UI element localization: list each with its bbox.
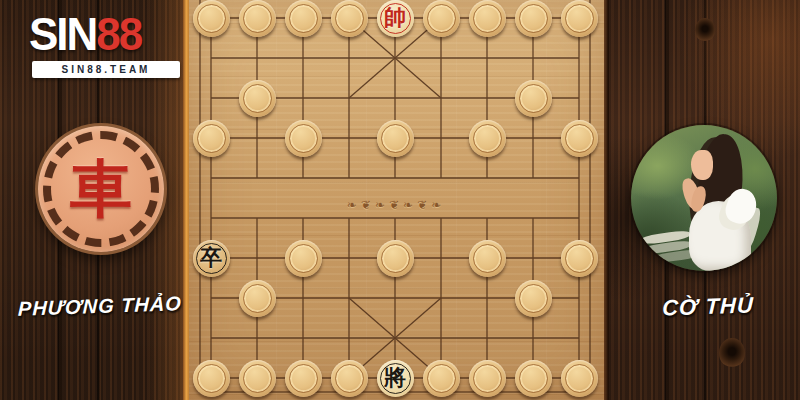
board-point-f5-r8[interactable] — [372, 278, 418, 318]
face-down-piece[interactable] — [285, 240, 322, 277]
board-point-f6-r7[interactable] — [418, 238, 464, 278]
face-down-piece[interactable] — [193, 0, 230, 37]
chariot-emblem: 車 — [38, 126, 164, 252]
board-point-f2-r3[interactable] — [234, 78, 280, 118]
board-point-f5-r1[interactable]: 帥 — [372, 0, 418, 38]
face-down-piece[interactable] — [285, 120, 322, 157]
board-point-f3-r10[interactable] — [280, 358, 326, 398]
face-down-piece[interactable] — [239, 360, 276, 397]
board-point-f9-r10[interactable] — [556, 358, 602, 398]
board-point-f3-r5[interactable] — [280, 158, 326, 198]
board-point-f9-r7[interactable] — [556, 238, 602, 278]
board-point-f6-r2[interactable] — [418, 38, 464, 78]
board-point-f8-r2[interactable] — [510, 38, 556, 78]
sin88-logo[interactable]: SIN88 — [29, 11, 141, 57]
board-point-f1-r1[interactable] — [188, 0, 234, 38]
board-point-f1-r3[interactable] — [188, 78, 234, 118]
board-point-f7-r6[interactable] — [464, 198, 510, 238]
face-down-piece[interactable] — [561, 0, 598, 37]
board-point-f9-r5[interactable] — [556, 158, 602, 198]
board-point-f2-r5[interactable] — [234, 158, 280, 198]
face-down-piece[interactable] — [469, 360, 506, 397]
board-point-f6-r5[interactable] — [418, 158, 464, 198]
board-point-f8-r9[interactable] — [510, 318, 556, 358]
piece-character: 帥 — [384, 7, 406, 29]
board-point-f4-r1[interactable] — [326, 0, 372, 38]
red-general[interactable]: 帥 — [377, 0, 414, 37]
right-panel-label: CỜ THỦ — [638, 292, 779, 323]
wood-knot — [695, 18, 715, 42]
board-point-f2-r7[interactable] — [234, 238, 280, 278]
face-down-piece[interactable] — [561, 240, 598, 277]
face-down-piece[interactable] — [285, 0, 322, 37]
board-point-f3-r3[interactable] — [280, 78, 326, 118]
face-down-piece[interactable] — [515, 0, 552, 37]
face-down-piece[interactable] — [561, 360, 598, 397]
face-down-piece[interactable] — [469, 120, 506, 157]
board-point-f4-r4[interactable] — [326, 118, 372, 158]
board-point-f3-r4[interactable] — [280, 118, 326, 158]
board-point-f7-r4[interactable] — [464, 118, 510, 158]
board-point-f3-r7[interactable] — [280, 238, 326, 278]
logo-text-white: SIN — [29, 8, 96, 59]
board-point-f2-r4[interactable] — [234, 118, 280, 158]
board-point-f6-r8[interactable] — [418, 278, 464, 318]
board-point-f8-r10[interactable] — [510, 358, 556, 398]
board-point-f4-r2[interactable] — [326, 38, 372, 78]
piece-character: 將 — [384, 367, 406, 389]
xiangqi-board: ❧❦❧❦❧❦❧ 帥卒將 — [186, 0, 607, 400]
piece-character: 卒 — [200, 247, 222, 269]
board-point-f6-r4[interactable] — [418, 118, 464, 158]
board-point-f4-r6[interactable] — [326, 198, 372, 238]
board-point-f5-r9[interactable] — [372, 318, 418, 358]
face-down-piece[interactable] — [239, 280, 276, 317]
board-point-f3-r6[interactable] — [280, 198, 326, 238]
face-shape — [691, 150, 713, 181]
board-point-f5-r10[interactable]: 將 — [372, 358, 418, 398]
board-point-f5-r5[interactable] — [372, 158, 418, 198]
face-down-piece[interactable] — [331, 360, 368, 397]
chair-shape — [639, 230, 689, 246]
board-point-f9-r9[interactable] — [556, 318, 602, 358]
board-point-f9-r8[interactable] — [556, 278, 602, 318]
board-point-f4-r8[interactable] — [326, 278, 372, 318]
board-point-f8-r7[interactable] — [510, 238, 556, 278]
board-point-f5-r6[interactable] — [372, 198, 418, 238]
board-point-f7-r3[interactable] — [464, 78, 510, 118]
face-down-piece[interactable] — [377, 240, 414, 277]
board-point-f3-r1[interactable] — [280, 0, 326, 38]
black-soldier[interactable]: 卒 — [193, 240, 230, 277]
logo-text-red: 88 — [96, 8, 141, 59]
board-point-f1-r8[interactable] — [188, 278, 234, 318]
board-point-f1-r6[interactable] — [188, 198, 234, 238]
board-point-f5-r3[interactable] — [372, 78, 418, 118]
black-general[interactable]: 將 — [377, 360, 414, 397]
board-point-f2-r1[interactable] — [234, 0, 280, 38]
face-down-piece[interactable] — [377, 120, 414, 157]
board-point-f1-r9[interactable] — [188, 318, 234, 358]
board-edge-shadow — [604, 0, 609, 400]
face-down-piece[interactable] — [285, 360, 322, 397]
pieces-grid: 帥卒將 — [188, 0, 602, 398]
xiangqi-banner: ❧❦❧❦❧❦❧ 帥卒將 SIN88 SIN88.TEAM 車 PHƯƠNG TH… — [0, 0, 800, 400]
board-point-f7-r1[interactable] — [464, 0, 510, 38]
board-point-f5-r4[interactable] — [372, 118, 418, 158]
board-point-f4-r7[interactable] — [326, 238, 372, 278]
player-photo — [631, 125, 777, 271]
face-down-piece[interactable] — [193, 120, 230, 157]
board-point-f9-r6[interactable] — [556, 198, 602, 238]
board-point-f2-r6[interactable] — [234, 198, 280, 238]
board-point-f7-r7[interactable] — [464, 238, 510, 278]
board-point-f7-r10[interactable] — [464, 358, 510, 398]
site-url-badge: SIN88.TEAM — [32, 61, 180, 78]
board-point-f4-r5[interactable] — [326, 158, 372, 198]
face-down-piece[interactable] — [193, 360, 230, 397]
board-point-f1-r10[interactable] — [188, 358, 234, 398]
face-down-piece[interactable] — [515, 280, 552, 317]
face-down-piece[interactable] — [469, 240, 506, 277]
board-point-f8-r1[interactable] — [510, 0, 556, 38]
board-point-f9-r1[interactable] — [556, 0, 602, 38]
face-down-piece[interactable] — [239, 0, 276, 37]
face-down-piece[interactable] — [423, 0, 460, 37]
face-down-piece[interactable] — [423, 360, 460, 397]
board-point-f7-r9[interactable] — [464, 318, 510, 358]
board-point-f8-r8[interactable] — [510, 278, 556, 318]
face-down-piece[interactable] — [469, 0, 506, 37]
board-point-f8-r3[interactable] — [510, 78, 556, 118]
board-point-f9-r2[interactable] — [556, 38, 602, 78]
board-point-f6-r1[interactable] — [418, 0, 464, 38]
board-point-f8-r4[interactable] — [510, 118, 556, 158]
face-down-piece[interactable] — [561, 120, 598, 157]
board-point-f1-r5[interactable] — [188, 158, 234, 198]
board-point-f7-r8[interactable] — [464, 278, 510, 318]
board-point-f2-r2[interactable] — [234, 38, 280, 78]
board-point-f4-r10[interactable] — [326, 358, 372, 398]
board-point-f3-r2[interactable] — [280, 38, 326, 78]
board-point-f6-r3[interactable] — [418, 78, 464, 118]
wood-knot — [719, 338, 745, 368]
face-down-piece[interactable] — [331, 0, 368, 37]
board-point-f4-r9[interactable] — [326, 318, 372, 358]
board-point-f3-r8[interactable] — [280, 278, 326, 318]
board-point-f7-r5[interactable] — [464, 158, 510, 198]
board-point-f8-r6[interactable] — [510, 198, 556, 238]
board-point-f8-r5[interactable] — [510, 158, 556, 198]
board-point-f3-r9[interactable] — [280, 318, 326, 358]
face-down-piece[interactable] — [239, 80, 276, 117]
board-point-f1-r2[interactable] — [188, 38, 234, 78]
board-point-f2-r10[interactable] — [234, 358, 280, 398]
board-point-f7-r2[interactable] — [464, 38, 510, 78]
board-point-f9-r3[interactable] — [556, 78, 602, 118]
board-point-f2-r8[interactable] — [234, 278, 280, 318]
board-point-f6-r6[interactable] — [418, 198, 464, 238]
board-point-f4-r3[interactable] — [326, 78, 372, 118]
board-point-f9-r4[interactable] — [556, 118, 602, 158]
board-point-f1-r7[interactable]: 卒 — [188, 238, 234, 278]
board-point-f1-r4[interactable] — [188, 118, 234, 158]
board-point-f5-r2[interactable] — [372, 38, 418, 78]
face-down-piece[interactable] — [515, 80, 552, 117]
board-point-f6-r9[interactable] — [418, 318, 464, 358]
board-point-f2-r9[interactable] — [234, 318, 280, 358]
meander-ring — [43, 131, 159, 247]
board-point-f6-r10[interactable] — [418, 358, 464, 398]
board-edge-highlight — [183, 0, 189, 400]
board-point-f5-r7[interactable] — [372, 238, 418, 278]
face-down-piece[interactable] — [515, 360, 552, 397]
